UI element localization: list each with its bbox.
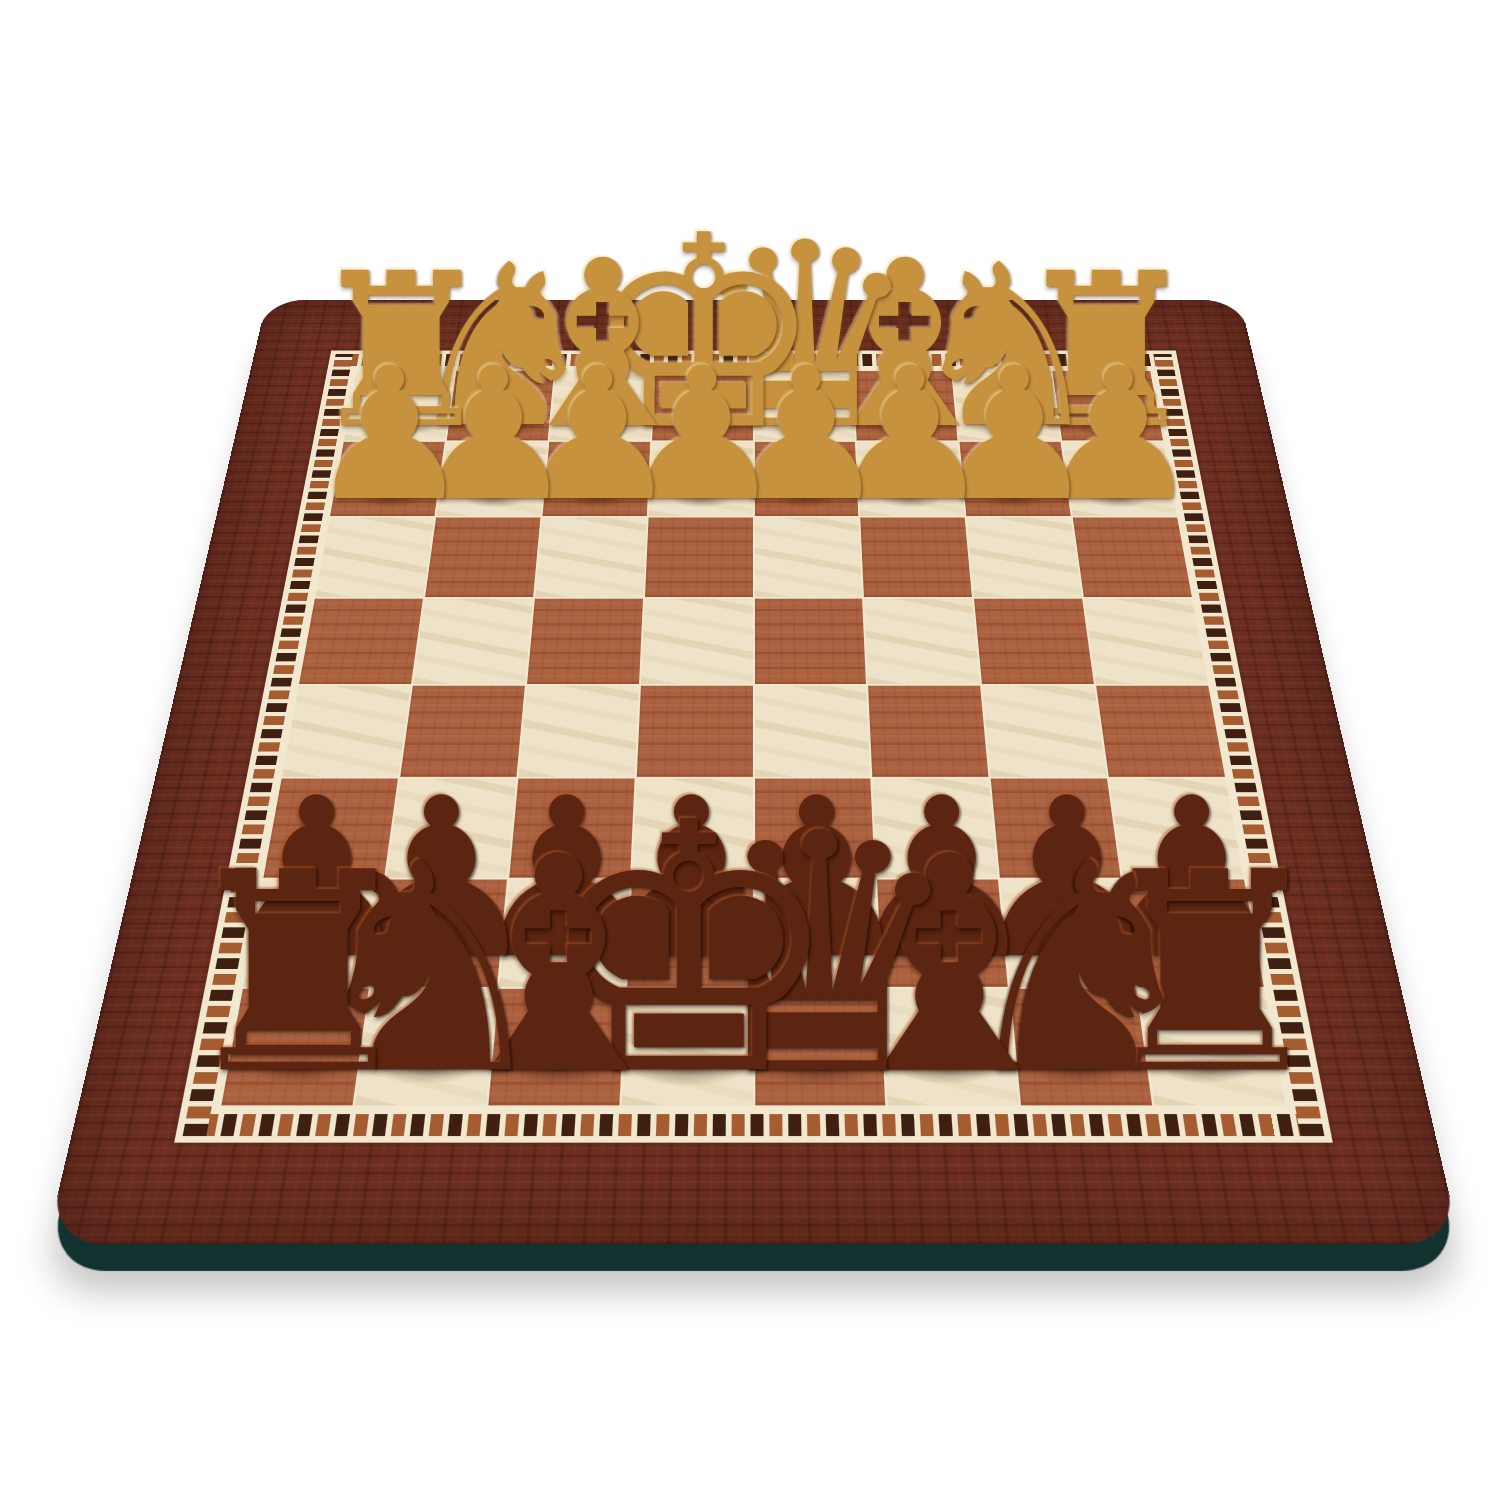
square-f1[interactable] xyxy=(549,371,653,441)
square-d4[interactable] xyxy=(754,598,866,683)
square-b6[interactable] xyxy=(991,779,1121,878)
square-f5[interactable] xyxy=(518,685,638,777)
square-h8[interactable] xyxy=(221,989,368,1105)
square-a6[interactable] xyxy=(1109,779,1243,878)
square-c7[interactable] xyxy=(877,880,1008,987)
square-d2[interactable] xyxy=(754,442,858,516)
square-g6[interactable] xyxy=(386,779,516,878)
square-c1[interactable] xyxy=(854,371,958,441)
squares-grid xyxy=(221,371,1285,1106)
square-c8[interactable] xyxy=(883,989,1019,1105)
square-g2[interactable] xyxy=(436,442,547,516)
square-d1[interactable] xyxy=(754,371,855,441)
square-b1[interactable] xyxy=(953,371,1060,441)
square-c4[interactable] xyxy=(864,598,980,683)
square-f8[interactable] xyxy=(488,989,624,1105)
square-g7[interactable] xyxy=(371,880,507,987)
square-e3[interactable] xyxy=(645,517,753,597)
inlay-strip-bottom xyxy=(183,1114,1325,1136)
square-d3[interactable] xyxy=(754,517,862,597)
square-c3[interactable] xyxy=(861,517,973,597)
board-field xyxy=(174,351,1333,1143)
square-h6[interactable] xyxy=(263,779,397,878)
square-e4[interactable] xyxy=(641,598,753,683)
chess-board xyxy=(46,300,1461,1244)
square-a3[interactable] xyxy=(1073,517,1192,597)
square-h5[interactable] xyxy=(282,685,411,777)
square-e7[interactable] xyxy=(627,880,753,987)
square-b4[interactable] xyxy=(974,598,1094,683)
square-c5[interactable] xyxy=(868,685,988,777)
square-h1[interactable] xyxy=(344,371,454,441)
inlay-strip-top xyxy=(333,354,1173,366)
square-b7[interactable] xyxy=(1000,880,1136,987)
square-g4[interactable] xyxy=(413,598,533,683)
square-f2[interactable] xyxy=(542,442,650,516)
square-a7[interactable] xyxy=(1123,880,1264,987)
board-border xyxy=(46,300,1461,1244)
square-h3[interactable] xyxy=(315,517,434,597)
square-d7[interactable] xyxy=(755,880,881,987)
square-e1[interactable] xyxy=(652,371,753,441)
square-f4[interactable] xyxy=(527,598,643,683)
square-b8[interactable] xyxy=(1011,989,1153,1105)
square-c6[interactable] xyxy=(873,779,998,878)
square-d6[interactable] xyxy=(755,779,876,878)
square-a1[interactable] xyxy=(1053,371,1163,441)
square-c2[interactable] xyxy=(857,442,965,516)
square-d8[interactable] xyxy=(755,989,886,1105)
square-f3[interactable] xyxy=(535,517,647,597)
square-b5[interactable] xyxy=(982,685,1107,777)
square-b3[interactable] xyxy=(967,517,1082,597)
square-e8[interactable] xyxy=(621,989,752,1105)
square-a8[interactable] xyxy=(1138,989,1285,1105)
square-a4[interactable] xyxy=(1084,598,1208,683)
square-h4[interactable] xyxy=(299,598,423,683)
square-g5[interactable] xyxy=(400,685,525,777)
square-h2[interactable] xyxy=(330,442,445,516)
photo-background: ♜♞♝♛♚♝♞♜♟♟♟♟♟♟♟♟♟♟♟♟♟♟♟♟♜♞♝♛♚♝♞♜ xyxy=(0,0,1500,1500)
square-e2[interactable] xyxy=(648,442,752,516)
square-a5[interactable] xyxy=(1096,685,1225,777)
square-g3[interactable] xyxy=(425,517,540,597)
square-b2[interactable] xyxy=(960,442,1071,516)
square-f6[interactable] xyxy=(509,779,634,878)
square-g8[interactable] xyxy=(355,989,497,1105)
square-e5[interactable] xyxy=(636,685,752,777)
square-a2[interactable] xyxy=(1062,442,1177,516)
square-e6[interactable] xyxy=(632,779,753,878)
square-h7[interactable] xyxy=(243,880,384,987)
square-d5[interactable] xyxy=(755,685,871,777)
square-f7[interactable] xyxy=(499,880,630,987)
square-g1[interactable] xyxy=(447,371,554,441)
